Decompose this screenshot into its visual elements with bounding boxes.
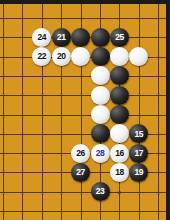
grid-horizontal-line: [0, 18, 166, 19]
black-stone-move-17[interactable]: 17: [129, 144, 148, 163]
grid-horizontal-line: [0, 115, 166, 116]
black-stone-move-23[interactable]: 23: [91, 182, 110, 201]
move-number-label: 15: [135, 130, 143, 139]
black-stone-move-27[interactable]: 27: [71, 163, 90, 182]
go-board[interactable]: 2421252220152628161727181923: [0, 0, 170, 220]
grid-horizontal-line: [0, 192, 166, 193]
move-number-label: 28: [96, 149, 104, 158]
move-number-label: 22: [38, 52, 46, 61]
move-number-label: 25: [115, 33, 123, 42]
star-point: [118, 191, 121, 194]
board-right-border: [166, 0, 170, 220]
black-stone-move-19[interactable]: 19: [129, 163, 148, 182]
black-stone[interactable]: [110, 86, 129, 105]
move-number-label: 23: [96, 187, 104, 196]
white-stone[interactable]: [71, 47, 90, 66]
move-number-label: 26: [76, 149, 84, 158]
white-stone-move-24[interactable]: 24: [32, 28, 51, 47]
black-stone-move-15[interactable]: 15: [129, 124, 148, 143]
move-number-label: 18: [115, 168, 123, 177]
black-stone-move-21[interactable]: 21: [52, 28, 71, 47]
grid-horizontal-line: [0, 211, 166, 212]
move-number-label: 19: [135, 168, 143, 177]
move-number-label: 27: [76, 168, 84, 177]
move-number-label: 16: [115, 149, 123, 158]
grid-horizontal-line: [0, 95, 166, 96]
black-stone[interactable]: [91, 28, 110, 47]
black-stone-move-25[interactable]: 25: [110, 28, 129, 47]
board-top-border: [0, 0, 170, 4]
white-stone-move-18[interactable]: 18: [110, 163, 129, 182]
move-number-label: 20: [57, 52, 65, 61]
black-stone[interactable]: [71, 28, 90, 47]
white-stone[interactable]: [129, 47, 148, 66]
white-stone-move-22[interactable]: 22: [32, 47, 51, 66]
white-stone[interactable]: [110, 124, 129, 143]
white-stone-move-28[interactable]: 28: [91, 144, 110, 163]
go-app-screenshot: 2421252220152628161727181923: [0, 0, 170, 220]
black-stone[interactable]: [91, 124, 110, 143]
move-number-label: 21: [57, 33, 65, 42]
white-stone-move-16[interactable]: 16: [110, 144, 129, 163]
grid-horizontal-line: [0, 76, 166, 77]
white-stone[interactable]: [91, 66, 110, 85]
black-stone[interactable]: [110, 66, 129, 85]
move-number-label: 24: [38, 33, 46, 42]
black-stone[interactable]: [91, 47, 110, 66]
move-number-label: 17: [135, 149, 143, 158]
black-stone[interactable]: [110, 105, 129, 124]
white-stone[interactable]: [91, 105, 110, 124]
white-stone[interactable]: [110, 47, 129, 66]
white-stone[interactable]: [91, 86, 110, 105]
white-stone-move-26[interactable]: 26: [71, 144, 90, 163]
white-stone-move-20[interactable]: 20: [52, 47, 71, 66]
